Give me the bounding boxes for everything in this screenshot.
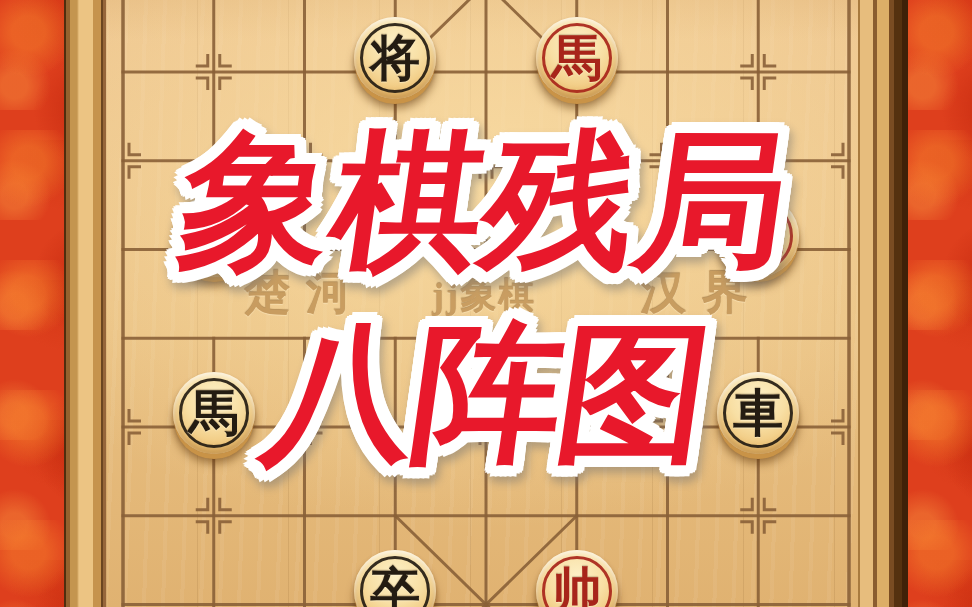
piece-character: 馬 xyxy=(173,372,255,454)
piece-character: 卒 xyxy=(354,550,436,607)
board-frame-right xyxy=(858,0,908,607)
river-label-chuhe: 楚河 xyxy=(244,262,368,324)
red-piece-炮[interactable]: 炮 xyxy=(173,195,255,277)
piece-character: 馬 xyxy=(536,17,618,99)
red-piece-馬[interactable]: 馬 xyxy=(536,17,618,99)
piece-character: 炮 xyxy=(717,195,799,277)
black-piece-卒[interactable]: 卒 xyxy=(354,550,436,607)
piece-character: 車 xyxy=(717,372,799,454)
river-logo-jj: jj象棋 xyxy=(432,272,536,321)
thumbnail-root: 楚河 jj象棋 汉界 将馬炮炮馬車卒帅 象棋残局 八阵图 xyxy=(0,0,972,607)
black-piece-馬[interactable]: 馬 xyxy=(173,372,255,454)
black-piece-車[interactable]: 車 xyxy=(717,372,799,454)
black-piece-将[interactable]: 将 xyxy=(354,17,436,99)
xiangqi-board[interactable]: 楚河 jj象棋 汉界 将馬炮炮馬車卒帅 xyxy=(106,0,858,607)
piece-character: 炮 xyxy=(173,195,255,277)
red-piece-炮[interactable]: 炮 xyxy=(717,195,799,277)
piece-character: 将 xyxy=(354,17,436,99)
piece-character: 帅 xyxy=(536,550,618,607)
red-backdrop-left xyxy=(0,0,64,607)
red-piece-帅[interactable]: 帅 xyxy=(536,550,618,607)
board-frame-left xyxy=(64,0,106,607)
red-backdrop-right xyxy=(908,0,972,607)
